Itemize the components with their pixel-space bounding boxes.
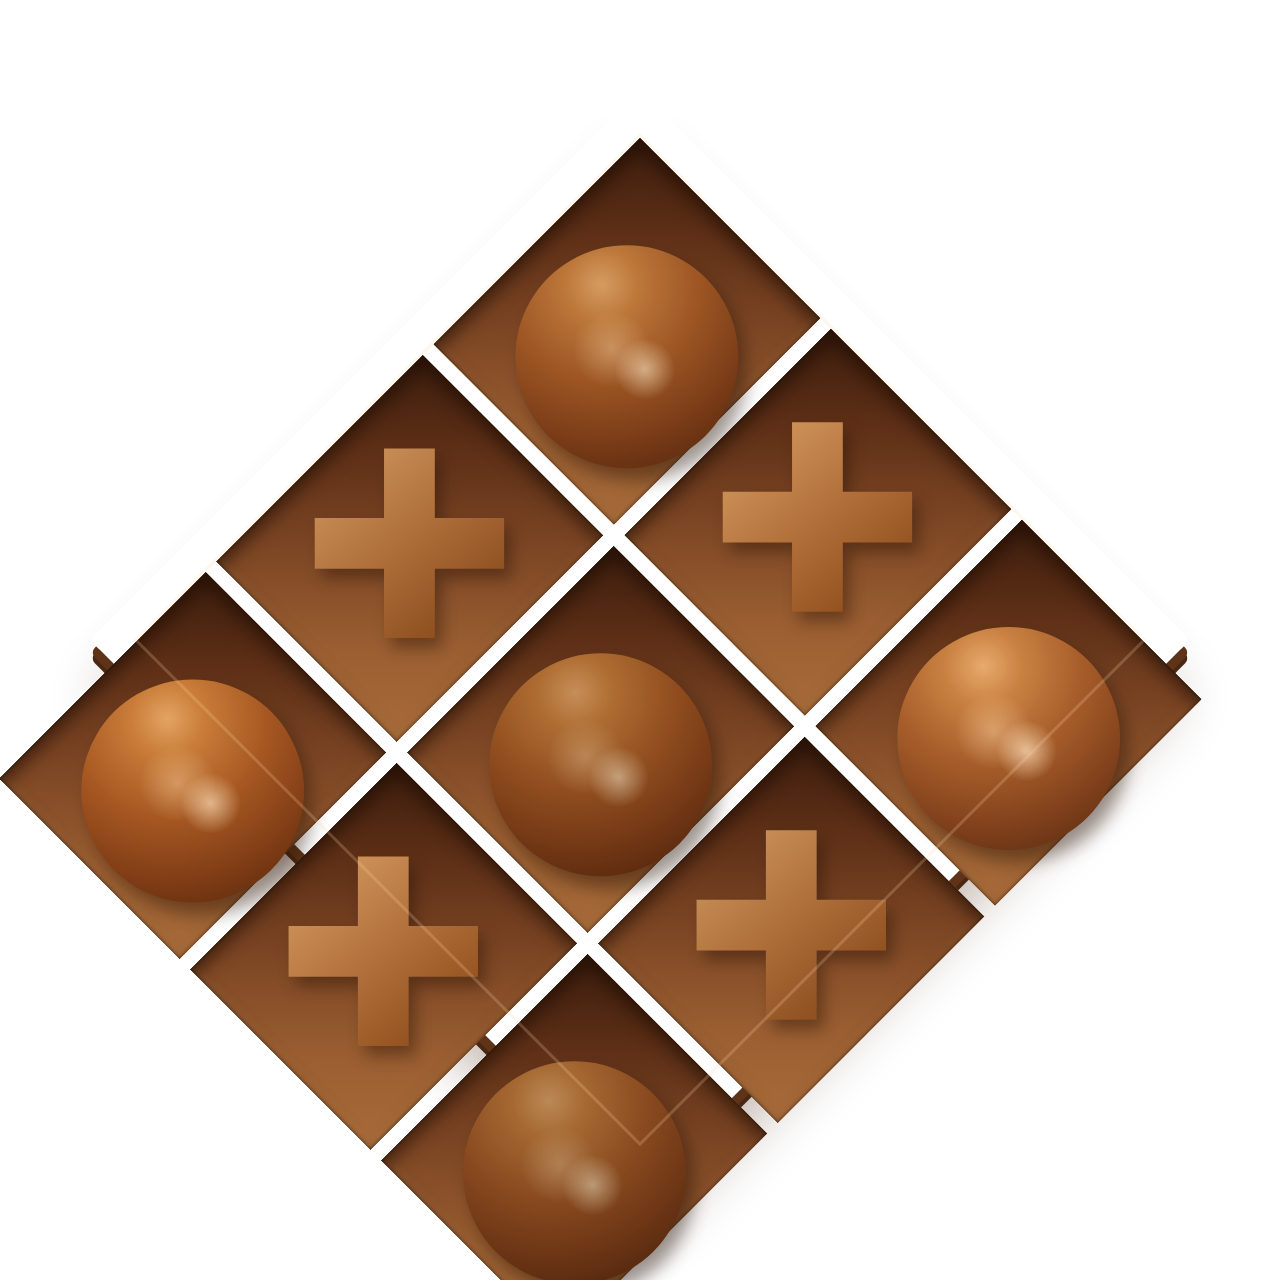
ball-piece[interactable]: ● — [447, 1001, 702, 1280]
cross-piece[interactable]: ✚ — [682, 800, 900, 1060]
board-grid: ●✚●✚●✚●✚● — [138, 138, 1142, 1142]
ball-piece[interactable]: ● — [881, 567, 1136, 859]
product-photo-background: ●✚●✚●✚●✚● — [0, 0, 1280, 1280]
game-board: ●✚●✚●✚●✚● — [90, 90, 1190, 1190]
